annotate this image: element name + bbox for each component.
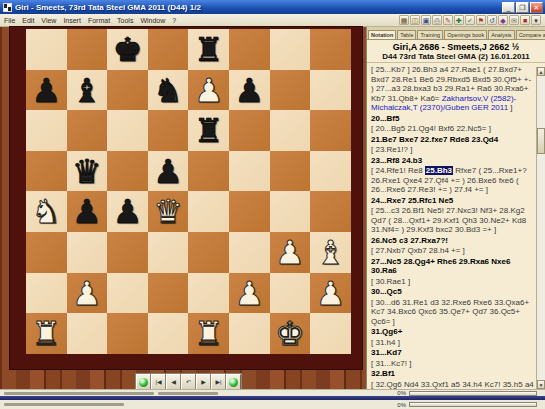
black-pawn[interactable]: ♟ <box>229 70 270 111</box>
engine-status-row-2: 0% <box>0 400 545 409</box>
square-a6[interactable] <box>26 110 67 151</box>
icon-toolbar: ▦◫▣⎙✎✚✓⚑↺◆✉■▾ <box>399 15 541 25</box>
menu-item-window[interactable]: Window <box>140 17 165 24</box>
mail-icon[interactable]: ✉ <box>509 15 519 25</box>
move-navigation-toolbar: |◀◀↶▶▶| <box>136 374 241 390</box>
game-header: Giri,A 2686 - Smeets,J 2662 ½ D44 73rd T… <box>367 40 545 63</box>
white-rook[interactable]: ♜ <box>188 313 229 354</box>
square-e4[interactable] <box>188 191 229 232</box>
square-c6[interactable] <box>107 110 148 151</box>
square-d2[interactable] <box>148 273 189 314</box>
black-pawn[interactable]: ♟ <box>107 191 148 232</box>
takeback-button[interactable]: ↶ <box>181 374 196 390</box>
white-pawn[interactable]: ♟ <box>270 232 311 273</box>
square-a4[interactable]: ♞ <box>26 191 67 232</box>
notation-line[interactable]: [ 31...Kc7! ] <box>371 359 534 369</box>
new-board-icon[interactable]: ▦ <box>399 15 409 25</box>
scroll-up-icon[interactable]: ▲ <box>537 67 545 76</box>
notation-line[interactable]: 23...Rf8 24.b3 <box>371 156 534 166</box>
tab-table[interactable]: Table <box>397 30 416 39</box>
save-icon[interactable]: ▣ <box>421 15 431 25</box>
white-pawn[interactable]: ♟ <box>229 273 270 314</box>
game-players: Giri,A 2686 - Smeets,J 2662 ½ <box>369 42 543 52</box>
black-queen[interactable]: ♛ <box>67 151 108 192</box>
window-title: Giri - Smeets, 73rd Tata Steel GMA 2011 … <box>15 3 502 12</box>
square-e7[interactable]: ♟ <box>188 70 229 111</box>
square-b2[interactable]: ♟ <box>67 273 108 314</box>
square-c5[interactable] <box>107 151 148 192</box>
square-d5[interactable]: ♟ <box>148 151 189 192</box>
square-g3[interactable]: ♟ <box>270 232 311 273</box>
square-a5[interactable] <box>26 151 67 192</box>
notation-text[interactable]: [ 25...Kb7 ] 26.Bh3 a4 27.Rae1 ( 27.Bxd7… <box>367 63 545 389</box>
notation-line[interactable]: [ 32.Qg6 Nd4 33.Qxf1 a5 34.h4 Kc7! 35.h5… <box>371 380 534 390</box>
square-c3[interactable] <box>107 232 148 273</box>
notation-line[interactable]: 32.Bf1 <box>371 369 534 379</box>
check-icon[interactable]: ✓ <box>465 15 475 25</box>
board-area: ♚♜♟♝♞♟♟♜♛♟♞♟♟♛♟♝♟♟♟♜♜♚ |◀◀↶▶▶| <box>0 27 366 389</box>
square-b1[interactable] <box>67 313 108 354</box>
square-h7[interactable] <box>310 70 351 111</box>
close-button[interactable]: ✕ <box>530 2 543 13</box>
notation-line[interactable]: 21.Be7 Bxe7 22.fxe7 Rde8 23.Qd4 <box>371 135 534 145</box>
menu-item-tools[interactable]: Tools <box>117 17 133 24</box>
more-icon[interactable]: ▾ <box>531 15 541 25</box>
engine-ball-icon <box>229 378 238 387</box>
square-f2[interactable]: ♟ <box>229 273 270 314</box>
black-pawn[interactable]: ♟ <box>67 191 108 232</box>
square-e2[interactable] <box>188 273 229 314</box>
menu-item-view[interactable]: View <box>41 17 56 24</box>
notation-line[interactable]: 27...Nc5 28.Qg4+ Rhe6 29.Rxa6 Nxe6 30.Ra… <box>371 257 534 276</box>
notation-line[interactable]: 26.Nc5 c3 27.Rxa7?! <box>371 236 534 246</box>
square-e8[interactable]: ♜ <box>188 29 229 70</box>
diamond-icon[interactable]: ◆ <box>498 15 508 25</box>
square-g1[interactable]: ♚ <box>270 313 311 354</box>
engine-progress-label-2: 0% <box>397 402 406 408</box>
edit-icon[interactable]: ✎ <box>443 15 453 25</box>
square-d1[interactable] <box>148 313 189 354</box>
notation-line[interactable]: [ 23.Re1!? ] <box>371 145 534 155</box>
square-d6[interactable] <box>148 110 189 151</box>
black-pawn[interactable]: ♟ <box>26 70 67 111</box>
add-icon[interactable]: ✚ <box>454 15 464 25</box>
square-h2[interactable]: ♟ <box>310 273 351 314</box>
notation-line[interactable]: 30...Qc5 <box>371 287 534 297</box>
square-f8[interactable] <box>229 29 270 70</box>
square-h8[interactable] <box>310 29 351 70</box>
square-h3[interactable]: ♝ <box>310 232 351 273</box>
square-b5[interactable]: ♛ <box>67 151 108 192</box>
engine-ball-icon <box>139 378 148 387</box>
minimize-button[interactable]: _ <box>502 2 515 13</box>
square-f3[interactable] <box>229 232 270 273</box>
forward-button[interactable]: ▶ <box>196 374 211 390</box>
notation-line[interactable]: [ 24.Rfe1! Re8 25.Bh3 Rfxe7 ( 25...Rxe1+… <box>371 166 534 195</box>
square-g8[interactable] <box>270 29 311 70</box>
square-a8[interactable] <box>26 29 67 70</box>
white-king[interactable]: ♚ <box>270 313 311 354</box>
notation-line[interactable]: [ 30...d6 31.Re1 d3 32.Rxe6 Rxe6 33.Qxa6… <box>371 298 534 327</box>
maximize-button[interactable]: ❐ <box>516 2 529 13</box>
notation-line[interactable]: 31.Qg6+ <box>371 327 534 337</box>
notation-panel: NotationTableTrainingOpenings bookAnalys… <box>366 27 545 389</box>
square-b7[interactable]: ♝ <box>67 70 108 111</box>
white-queen[interactable]: ♛ <box>148 191 189 232</box>
black-pawn[interactable]: ♟ <box>148 151 189 192</box>
print-icon[interactable]: ⎙ <box>432 15 442 25</box>
notation-line[interactable]: [ 27.Nxb7 Qxb7 28.h4 += ] <box>371 246 534 256</box>
square-d8[interactable] <box>148 29 189 70</box>
notation-line[interactable]: [ 31.h4 ] <box>371 338 534 348</box>
square-g2[interactable] <box>270 273 311 314</box>
square-e6[interactable]: ♜ <box>188 110 229 151</box>
menu-item-edit[interactable]: Edit <box>22 17 34 24</box>
square-g7[interactable] <box>270 70 311 111</box>
square-a3[interactable] <box>26 232 67 273</box>
title-bar: Giri - Smeets, 73rd Tata Steel GMA 2011 … <box>0 0 545 14</box>
notation-line[interactable]: 20...Bf5 <box>371 114 534 124</box>
engine-text-1b <box>158 392 218 395</box>
rotate-icon[interactable]: ↺ <box>487 15 497 25</box>
black-rook[interactable]: ♜ <box>188 110 229 151</box>
open-icon[interactable]: ◫ <box>410 15 420 25</box>
notation-line[interactable]: [ 20...Bg5 21.Qg4! Bxf6 22.Nc5= ] <box>371 124 534 134</box>
chess-board[interactable]: ♚♜♟♝♞♟♟♜♛♟♞♟♟♛♟♝♟♟♟♜♜♚ <box>10 27 362 369</box>
notation-line[interactable]: [ 25...c3 26.Bf1 Ne5! 27.Nxc3! Nf3+ 28.K… <box>371 206 534 235</box>
engine-alt-button[interactable] <box>226 374 241 390</box>
back-button[interactable]: ◀ <box>166 374 181 390</box>
scroll-thumb[interactable] <box>537 128 545 154</box>
white-pawn[interactable]: ♟ <box>188 70 229 111</box>
black-bishop[interactable]: ♝ <box>67 70 108 111</box>
menu-item-format[interactable]: Format <box>88 17 110 24</box>
notation-line[interactable]: 31...Kd7 <box>371 348 534 358</box>
app-icon <box>3 3 12 12</box>
white-rook[interactable]: ♜ <box>26 313 67 354</box>
square-c8[interactable]: ♚ <box>107 29 148 70</box>
first-move-button[interactable]: |◀ <box>151 374 166 390</box>
square-h1[interactable] <box>310 313 351 354</box>
square-f1[interactable] <box>229 313 270 354</box>
square-c2[interactable] <box>107 273 148 314</box>
menu-bar: FileEditViewInsertFormatToolsWindow? ▦◫▣… <box>0 14 545 27</box>
engine-toggle-button[interactable] <box>136 374 151 390</box>
stop-icon[interactable]: ■ <box>520 15 530 25</box>
square-e3[interactable] <box>188 232 229 273</box>
square-b4[interactable]: ♟ <box>67 191 108 232</box>
square-c4[interactable]: ♟ <box>107 191 148 232</box>
flag-icon[interactable]: ⚑ <box>476 15 486 25</box>
square-a1[interactable]: ♜ <box>26 313 67 354</box>
tab-analysis[interactable]: Analysis <box>488 30 514 39</box>
square-g4[interactable] <box>270 191 311 232</box>
menu-item-file[interactable]: File <box>4 17 15 24</box>
scroll-down-icon[interactable]: ▼ <box>537 380 545 389</box>
white-pawn[interactable]: ♟ <box>67 273 108 314</box>
square-c1[interactable] <box>107 313 148 354</box>
tab-openings-book[interactable]: Openings book <box>444 30 487 39</box>
game-event: D44 73rd Tata Steel GMA (2) 16.01.2011 <box>369 52 543 61</box>
square-f7[interactable]: ♟ <box>229 70 270 111</box>
square-g6[interactable] <box>270 110 311 151</box>
square-b6[interactable] <box>67 110 108 151</box>
black-knight[interactable]: ♞ <box>148 70 189 111</box>
black-rook[interactable]: ♜ <box>188 29 229 70</box>
square-c7[interactable] <box>107 70 148 111</box>
square-h6[interactable] <box>310 110 351 151</box>
square-f4[interactable] <box>229 191 270 232</box>
square-d7[interactable]: ♞ <box>148 70 189 111</box>
tab-compare-analysis[interactable]: Compare analysis <box>516 30 545 39</box>
square-h4[interactable] <box>310 191 351 232</box>
square-e1[interactable]: ♜ <box>188 313 229 354</box>
engine-status-row-1: 0% <box>0 389 545 396</box>
notation-scrollbar[interactable]: ▲ ▼ <box>536 67 545 389</box>
notation-tabs: NotationTableTrainingOpenings bookAnalys… <box>367 27 545 40</box>
notation-line[interactable]: [ 25...Kb7 ] 26.Bh3 a4 27.Rae1 ( 27.Bxd7… <box>371 65 534 113</box>
tab-notation[interactable]: Notation <box>368 30 396 39</box>
square-f6[interactable] <box>229 110 270 151</box>
engine-text-2 <box>4 403 124 406</box>
menu-item-insert[interactable]: Insert <box>63 17 81 24</box>
last-move-button[interactable]: ▶| <box>211 374 226 390</box>
square-e5[interactable] <box>188 151 229 192</box>
engine-progress-bar-2 <box>409 402 537 407</box>
white-pawn[interactable]: ♟ <box>310 273 351 314</box>
engine-text-1 <box>4 392 154 395</box>
square-h5[interactable] <box>310 151 351 192</box>
square-d3[interactable] <box>148 232 189 273</box>
scroll-track[interactable] <box>537 154 545 380</box>
current-move-highlight[interactable]: 25.Bh3 <box>425 166 453 175</box>
square-f5[interactable] <box>229 151 270 192</box>
notation-line[interactable]: 24...Rxe7 25.Rfc1 Ne5 <box>371 196 534 206</box>
menu-item-[interactable]: ? <box>172 17 176 24</box>
square-g5[interactable] <box>270 151 311 192</box>
black-king[interactable]: ♚ <box>107 29 148 70</box>
square-a7[interactable]: ♟ <box>26 70 67 111</box>
white-bishop[interactable]: ♝ <box>310 232 351 273</box>
engine-progress-bar-1 <box>409 391 537 396</box>
white-knight[interactable]: ♞ <box>26 191 67 232</box>
tab-training[interactable]: Training <box>417 30 443 39</box>
notation-line[interactable]: [ 30.Rae1 ] <box>371 277 534 287</box>
chessbase-window: Giri - Smeets, 73rd Tata Steel GMA 2011 … <box>0 0 545 409</box>
square-b8[interactable] <box>67 29 108 70</box>
square-d4[interactable]: ♛ <box>148 191 189 232</box>
square-a2[interactable] <box>26 273 67 314</box>
square-b3[interactable] <box>67 232 108 273</box>
